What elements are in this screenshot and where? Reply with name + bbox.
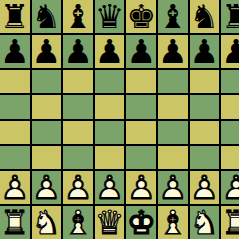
white-pawn-piece: ♟: [221, 171, 239, 204]
white-pawn-piece-outline: ♙: [126, 171, 156, 204]
white-pawn-piece-outline: ♙: [158, 171, 188, 204]
square-e6[interactable]: [126, 70, 156, 93]
square-g8[interactable]: ♞: [190, 0, 220, 33]
square-g3[interactable]: [190, 146, 220, 169]
black-pawn-piece: ♟: [63, 35, 93, 68]
black-pawn-piece: ♟: [158, 35, 188, 68]
black-pawn-piece: ♟: [190, 35, 220, 68]
white-pawn-piece-outline: ♙: [221, 171, 239, 204]
white-pawn-piece: ♟: [0, 171, 30, 204]
square-h5[interactable]: [221, 95, 239, 118]
white-rook-piece-outline: ♖: [221, 206, 239, 239]
black-rook-piece: ♜: [221, 0, 239, 33]
square-g2[interactable]: ♟♙: [190, 171, 220, 204]
square-h3[interactable]: [221, 146, 239, 169]
square-h1[interactable]: ♜♖: [221, 206, 239, 239]
square-h2[interactable]: ♟♙: [221, 171, 239, 204]
white-bishop-piece-outline: ♗: [63, 206, 93, 239]
square-d1[interactable]: ♛♕: [95, 206, 125, 239]
black-pawn-piece: ♟: [126, 35, 156, 68]
white-knight-piece: ♞: [190, 206, 220, 239]
black-bishop-piece: ♝: [63, 0, 93, 33]
square-e7[interactable]: ♟: [126, 35, 156, 68]
square-c8[interactable]: ♝: [63, 0, 93, 33]
square-f8[interactable]: ♝: [158, 0, 188, 33]
square-d5[interactable]: [95, 95, 125, 118]
black-knight-piece: ♞: [32, 0, 62, 33]
square-a6[interactable]: [0, 70, 30, 93]
square-e2[interactable]: ♟♙: [126, 171, 156, 204]
white-pawn-piece: ♟: [32, 171, 62, 204]
white-rook-piece: ♜: [221, 206, 239, 239]
white-king-piece-outline: ♔: [126, 206, 156, 239]
square-e8[interactable]: ♚: [126, 0, 156, 33]
square-a7[interactable]: ♟: [0, 35, 30, 68]
square-h4[interactable]: [221, 121, 239, 144]
square-c4[interactable]: [63, 121, 93, 144]
square-e1[interactable]: ♚♔: [126, 206, 156, 239]
square-f6[interactable]: [158, 70, 188, 93]
square-c7[interactable]: ♟: [63, 35, 93, 68]
square-c2[interactable]: ♟♙: [63, 171, 93, 204]
white-pawn-piece-outline: ♙: [190, 171, 220, 204]
square-h6[interactable]: [221, 70, 239, 93]
square-a8[interactable]: ♜: [0, 0, 30, 33]
white-knight-piece-outline: ♘: [32, 206, 62, 239]
square-a1[interactable]: ♜♖: [0, 206, 30, 239]
square-d8[interactable]: ♛: [95, 0, 125, 33]
white-pawn-piece-outline: ♙: [95, 171, 125, 204]
white-bishop-piece-outline: ♗: [158, 206, 188, 239]
white-king-piece: ♚: [126, 206, 156, 239]
square-d4[interactable]: [95, 121, 125, 144]
square-c6[interactable]: [63, 70, 93, 93]
square-c3[interactable]: [63, 146, 93, 169]
white-knight-piece-outline: ♘: [190, 206, 220, 239]
square-d2[interactable]: ♟♙: [95, 171, 125, 204]
black-rook-piece: ♜: [0, 0, 30, 33]
white-pawn-piece-outline: ♙: [0, 171, 30, 204]
square-c1[interactable]: ♝♗: [63, 206, 93, 239]
white-queen-piece: ♛: [95, 206, 125, 239]
white-pawn-piece: ♟: [126, 171, 156, 204]
square-e5[interactable]: [126, 95, 156, 118]
square-f1[interactable]: ♝♗: [158, 206, 188, 239]
square-f5[interactable]: [158, 95, 188, 118]
square-f3[interactable]: [158, 146, 188, 169]
black-knight-piece: ♞: [190, 0, 220, 33]
black-king-piece: ♚: [126, 0, 156, 33]
white-rook-piece-outline: ♖: [0, 206, 30, 239]
square-f4[interactable]: [158, 121, 188, 144]
square-b5[interactable]: [32, 95, 62, 118]
square-d6[interactable]: [95, 70, 125, 93]
white-queen-piece-outline: ♕: [95, 206, 125, 239]
square-a2[interactable]: ♟♙: [0, 171, 30, 204]
square-g5[interactable]: [190, 95, 220, 118]
white-bishop-piece: ♝: [63, 206, 93, 239]
square-b8[interactable]: ♞: [32, 0, 62, 33]
square-e3[interactable]: [126, 146, 156, 169]
square-b3[interactable]: [32, 146, 62, 169]
black-pawn-piece: ♟: [95, 35, 125, 68]
white-pawn-piece: ♟: [190, 171, 220, 204]
square-b7[interactable]: ♟: [32, 35, 62, 68]
white-bishop-piece: ♝: [158, 206, 188, 239]
square-b6[interactable]: [32, 70, 62, 93]
white-rook-piece: ♜: [0, 206, 30, 239]
square-g1[interactable]: ♞♘: [190, 206, 220, 239]
square-d3[interactable]: [95, 146, 125, 169]
square-c5[interactable]: [63, 95, 93, 118]
square-b4[interactable]: [32, 121, 62, 144]
square-g6[interactable]: [190, 70, 220, 93]
white-pawn-piece-outline: ♙: [63, 171, 93, 204]
square-a3[interactable]: [0, 146, 30, 169]
square-d7[interactable]: ♟: [95, 35, 125, 68]
square-f2[interactable]: ♟♙: [158, 171, 188, 204]
black-pawn-piece: ♟: [32, 35, 62, 68]
white-pawn-piece: ♟: [95, 171, 125, 204]
black-pawn-piece: ♟: [221, 35, 239, 68]
square-g4[interactable]: [190, 121, 220, 144]
white-pawn-piece-outline: ♙: [32, 171, 62, 204]
black-bishop-piece: ♝: [158, 0, 188, 33]
square-a5[interactable]: [0, 95, 30, 118]
square-f7[interactable]: ♟: [158, 35, 188, 68]
square-e4[interactable]: [126, 121, 156, 144]
white-knight-piece: ♞: [32, 206, 62, 239]
white-pawn-piece: ♟: [63, 171, 93, 204]
square-a4[interactable]: [0, 121, 30, 144]
chess-board: ♜♞♝♛♚♝♞♜♟♟♟♟♟♟♟♟♟♙♟♙♟♙♟♙♟♙♟♙♟♙♟♙♜♖♞♘♝♗♛♕…: [0, 0, 239, 239]
black-queen-piece: ♛: [95, 0, 125, 33]
square-b1[interactable]: ♞♘: [32, 206, 62, 239]
square-g7[interactable]: ♟: [190, 35, 220, 68]
square-h7[interactable]: ♟: [221, 35, 239, 68]
black-pawn-piece: ♟: [0, 35, 30, 68]
white-pawn-piece: ♟: [158, 171, 188, 204]
square-h8[interactable]: ♜: [221, 0, 239, 33]
square-b2[interactable]: ♟♙: [32, 171, 62, 204]
